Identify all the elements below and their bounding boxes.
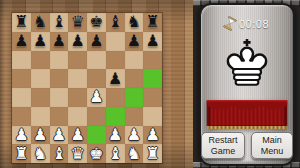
square-h6[interactable] — [143, 51, 162, 70]
restart-game-button[interactable]: Restart Game — [201, 132, 245, 159]
square-g8[interactable]: ♞ — [125, 13, 144, 32]
square-b6[interactable] — [31, 51, 50, 70]
piece-wb-f1[interactable]: ♝ — [108, 146, 122, 162]
square-c3[interactable] — [50, 107, 69, 126]
square-a7[interactable]: ♟ — [12, 32, 31, 51]
square-c2[interactable]: ♟ — [50, 126, 69, 145]
square-c4[interactable] — [50, 88, 69, 107]
square-c7[interactable]: ♟ — [50, 32, 69, 51]
piece-bn-g8[interactable]: ♞ — [127, 14, 141, 30]
square-f5[interactable]: ♟ — [106, 69, 125, 88]
square-d7[interactable]: ♟ — [68, 32, 87, 51]
square-e7[interactable]: ♟ — [87, 32, 106, 51]
square-a8[interactable]: ♜ — [12, 13, 31, 32]
square-e4[interactable]: ♟ — [87, 88, 106, 107]
hourglass-icon — [223, 15, 238, 31]
game-info-panel: 00:08 — [199, 3, 295, 166]
square-f8[interactable]: ♝ — [106, 13, 125, 32]
piece-wp-g2[interactable]: ♟ — [127, 127, 141, 143]
panel-buttons: Restart Game Main Menu — [201, 132, 293, 159]
square-b4[interactable] — [31, 88, 50, 107]
square-h1[interactable]: ♜ — [143, 144, 162, 163]
square-a3[interactable] — [12, 107, 31, 126]
square-c5[interactable] — [50, 69, 69, 88]
piece-wb-c1[interactable]: ♝ — [52, 146, 66, 162]
square-b5[interactable] — [31, 69, 50, 88]
square-e1[interactable]: ♚ — [87, 144, 106, 163]
square-b7[interactable]: ♟ — [31, 32, 50, 51]
piece-bp-e7[interactable]: ♟ — [89, 33, 103, 49]
piece-br-a8[interactable]: ♜ — [14, 14, 28, 30]
square-f7[interactable] — [106, 32, 125, 51]
square-f4[interactable] — [106, 88, 125, 107]
square-h3[interactable] — [143, 107, 162, 126]
square-a5[interactable] — [12, 69, 31, 88]
side-panel: 00:08 — [193, 0, 300, 168]
square-g6[interactable] — [125, 51, 144, 70]
piece-bn-b8[interactable]: ♞ — [33, 14, 47, 30]
red-curtain-tray — [207, 99, 288, 131]
square-h7[interactable]: ♟ — [143, 32, 162, 51]
piece-br-h8[interactable]: ♜ — [145, 14, 159, 30]
chess-board[interactable]: ♜♞♝♛♚♝♞♜♟♟♟♟♟♟♟♟♟♟♟♟♟♟♟♟♜♞♝♛♚♝♞♜ — [12, 13, 162, 163]
piece-wr-h1[interactable]: ♜ — [145, 146, 159, 162]
piece-bb-c8[interactable]: ♝ — [52, 14, 66, 30]
piece-bp-a7[interactable]: ♟ — [14, 33, 28, 49]
piece-bq-d8[interactable]: ♛ — [70, 14, 84, 30]
piece-wp-a2[interactable]: ♟ — [14, 127, 28, 143]
square-e5[interactable] — [87, 69, 106, 88]
square-d8[interactable]: ♛ — [68, 13, 87, 32]
piece-wp-f2[interactable]: ♟ — [108, 127, 122, 143]
piece-wk-e1[interactable]: ♚ — [89, 146, 103, 162]
square-e8[interactable]: ♚ — [87, 13, 106, 32]
square-h8[interactable]: ♜ — [143, 13, 162, 32]
square-a6[interactable] — [12, 51, 31, 70]
square-b2[interactable]: ♟ — [31, 126, 50, 145]
piece-bk-e8[interactable]: ♚ — [89, 14, 103, 30]
move-timer: 00:08 — [239, 18, 269, 30]
square-d2[interactable]: ♟ — [68, 126, 87, 145]
turn-indicator — [223, 35, 271, 91]
square-e2[interactable] — [87, 126, 106, 145]
chess-app-window: ♜♞♝♛♚♝♞♜♟♟♟♟♟♟♟♟♟♟♟♟♟♟♟♟♜♞♝♛♚♝♞♜ 00:08 — [0, 0, 300, 168]
piece-bp-f5[interactable]: ♟ — [108, 71, 122, 87]
piece-bp-h7[interactable]: ♟ — [145, 33, 159, 49]
main-menu-button[interactable]: Main Menu — [251, 132, 293, 159]
square-g4[interactable] — [125, 88, 144, 107]
timer-row: 00:08 — [201, 17, 293, 30]
piece-wp-b2[interactable]: ♟ — [33, 127, 47, 143]
square-f2[interactable]: ♟ — [106, 126, 125, 145]
square-f1[interactable]: ♝ — [106, 144, 125, 163]
piece-wr-a1[interactable]: ♜ — [14, 146, 28, 162]
square-d1[interactable]: ♛ — [68, 144, 87, 163]
square-f3[interactable] — [106, 107, 125, 126]
square-b3[interactable] — [31, 107, 50, 126]
piece-wp-e4[interactable]: ♟ — [89, 89, 103, 105]
square-a1[interactable]: ♜ — [12, 144, 31, 163]
piece-wn-b1[interactable]: ♞ — [33, 146, 47, 162]
piece-bp-b7[interactable]: ♟ — [33, 33, 47, 49]
square-d3[interactable] — [68, 107, 87, 126]
square-d6[interactable] — [68, 51, 87, 70]
square-c8[interactable]: ♝ — [50, 13, 69, 32]
square-g5[interactable] — [125, 69, 144, 88]
square-a2[interactable]: ♟ — [12, 126, 31, 145]
square-h5[interactable] — [143, 69, 162, 88]
piece-wq-d1[interactable]: ♛ — [70, 146, 84, 162]
square-c1[interactable]: ♝ — [50, 144, 69, 163]
piece-wp-d2[interactable]: ♟ — [70, 127, 84, 143]
piece-bb-f8[interactable]: ♝ — [108, 14, 122, 30]
piece-wp-h2[interactable]: ♟ — [145, 127, 159, 143]
piece-bp-g7[interactable]: ♟ — [127, 33, 141, 49]
square-a4[interactable] — [12, 88, 31, 107]
square-g3[interactable] — [125, 107, 144, 126]
wood-background: ♜♞♝♛♚♝♞♜♟♟♟♟♟♟♟♟♟♟♟♟♟♟♟♟♜♞♝♛♚♝♞♜ — [0, 0, 193, 168]
piece-wn-g1[interactable]: ♞ — [127, 146, 141, 162]
square-h2[interactable]: ♟ — [143, 126, 162, 145]
white-king-icon — [223, 36, 271, 90]
square-e3[interactable] — [87, 107, 106, 126]
square-f6[interactable] — [106, 51, 125, 70]
square-g1[interactable]: ♞ — [125, 144, 144, 163]
square-g7[interactable]: ♟ — [125, 32, 144, 51]
square-b8[interactable]: ♞ — [31, 13, 50, 32]
square-g2[interactable]: ♟ — [125, 126, 144, 145]
piece-bp-c7[interactable]: ♟ — [52, 33, 66, 49]
square-e6[interactable] — [87, 51, 106, 70]
piece-wp-c2[interactable]: ♟ — [52, 127, 66, 143]
square-c6[interactable] — [50, 51, 69, 70]
piece-bp-d7[interactable]: ♟ — [70, 33, 84, 49]
square-d4[interactable] — [68, 88, 87, 107]
square-h4[interactable] — [143, 88, 162, 107]
square-d5[interactable] — [68, 69, 87, 88]
square-b1[interactable]: ♞ — [31, 144, 50, 163]
